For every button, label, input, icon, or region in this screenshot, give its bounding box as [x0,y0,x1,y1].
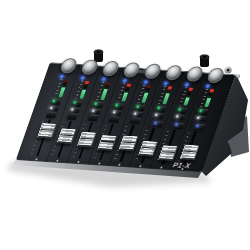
product-logo: P1-X [172,161,192,169]
clip-led [84,81,89,84]
clip-led [209,89,214,92]
channel-button [51,99,62,104]
channel-button [132,111,143,116]
button-led [74,101,77,103]
clip-led [147,85,152,88]
button-led [157,107,160,109]
channel-button [49,106,60,111]
channel-button [195,115,206,120]
level-meter [138,85,152,104]
level-meter [158,86,172,105]
level-meter [200,89,214,108]
channel-button [47,112,58,117]
clip-led [105,82,110,85]
meter-fill [121,93,128,102]
channel-button [114,103,125,108]
button-led [134,112,137,114]
channel-led [206,85,210,88]
meter-fill [79,90,86,99]
channel-button [177,107,188,112]
channel-button [88,115,99,120]
channel-led [81,76,85,79]
button-led [136,106,139,108]
channel-button [174,122,185,127]
channel-button [109,116,120,121]
channel-button [91,108,102,113]
channel-button [195,124,206,129]
control-panel: P1-X [16,62,236,172]
channel-buttons [109,103,124,121]
level-meter [54,79,68,98]
corner-screw [236,74,240,78]
product-photo-fader-controller: P1-X [0,0,250,250]
clip-led [189,88,194,91]
channel-button [68,113,79,118]
button-led [115,104,118,106]
button-led [92,109,95,111]
channel-strips [16,63,236,172]
clip-led [168,86,173,89]
channel-button [72,100,83,105]
channel-button [197,109,208,114]
button-led [51,107,54,109]
channel-button [135,104,146,109]
clip-led [126,83,131,86]
channel-led [60,75,64,78]
button-led [155,113,158,115]
channel-buttons [130,104,145,122]
channel-led [122,79,126,82]
button-led [196,125,199,127]
channel-button [153,121,164,126]
button-led [176,115,179,117]
level-meter [117,83,131,102]
audio-jack-right [200,55,209,67]
channel-led [164,82,168,85]
button-led [199,110,202,112]
channel-button [174,114,185,119]
button-led [113,111,116,113]
channel-led [102,78,106,81]
button-led [197,116,200,118]
button-led [95,103,98,105]
channel-buttons [190,108,211,128]
button-led [71,108,74,110]
channel-button [153,112,164,117]
channel-buttons [88,102,103,120]
level-meter [179,87,193,106]
channel-buttons [47,99,62,117]
level-meter [96,82,110,101]
meter-fill [162,93,170,104]
button-led [154,122,157,124]
meter-fill [142,92,150,103]
channel-button [70,107,81,112]
button-led [53,100,56,102]
level-meter [75,80,89,99]
clip-led [63,79,68,82]
channel-button [112,110,123,115]
channel-led [185,83,189,86]
button-led [175,123,178,125]
meter-fill [183,98,190,106]
meter-fill [204,98,211,108]
meter-fill [58,87,65,97]
channel-led [143,80,147,83]
button-led [178,108,181,110]
channel-button [93,102,104,107]
channel-button [130,117,141,122]
channel-buttons [68,100,83,118]
channel-button [156,106,167,111]
